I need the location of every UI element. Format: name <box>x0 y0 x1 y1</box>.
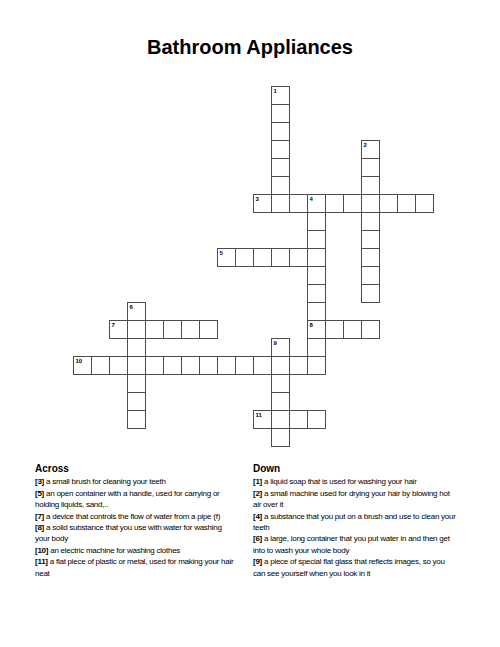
clue-label: [9] <box>253 557 262 566</box>
grid-cell[interactable] <box>271 356 290 375</box>
page: { "game": "crossword", "title": "Bathroo… <box>0 0 500 647</box>
grid-cell[interactable] <box>289 194 308 213</box>
grid-cell[interactable] <box>181 356 200 375</box>
clue-item: [6] a large, long container that you put… <box>253 533 469 556</box>
grid-cell[interactable] <box>307 338 326 357</box>
grid-cell[interactable] <box>325 320 344 339</box>
clue-number: 5 <box>220 250 223 256</box>
clue-number: 6 <box>130 304 133 310</box>
grid-cell[interactable] <box>163 320 182 339</box>
clue-item: [9] a piece of special flat glass that r… <box>253 556 469 579</box>
grid-cell[interactable] <box>289 248 308 267</box>
grid-cell[interactable] <box>235 356 254 375</box>
grid-cell[interactable] <box>253 356 272 375</box>
grid-cell[interactable] <box>361 266 380 285</box>
clue-label: [5] <box>35 489 44 498</box>
grid-cell[interactable] <box>289 356 308 375</box>
clue-number: 1 <box>274 88 277 94</box>
grid-cell[interactable] <box>199 356 218 375</box>
puzzle-title: Bathroom Appliances <box>0 36 500 59</box>
clue-label: [8] <box>35 523 44 532</box>
grid-cell[interactable] <box>271 104 290 123</box>
grid-cell[interactable] <box>307 248 326 267</box>
grid-cell[interactable] <box>271 248 290 267</box>
grid-cell[interactable]: 2 <box>361 140 380 159</box>
clue-label: [6] <box>253 534 262 543</box>
across-clue-list: [3] a small brush for cleaning your teet… <box>35 476 251 579</box>
grid-cell[interactable] <box>127 320 146 339</box>
grid-cell[interactable] <box>271 122 290 141</box>
grid-cell[interactable]: 11 <box>253 410 272 429</box>
grid-cell[interactable] <box>145 356 164 375</box>
clue-number: 7 <box>112 322 115 328</box>
grid-cell[interactable]: 3 <box>253 194 272 213</box>
grid-cell[interactable] <box>361 212 380 231</box>
grid-cell[interactable] <box>109 356 128 375</box>
grid-cell[interactable]: 5 <box>217 248 236 267</box>
clue-item: [10] an electric machine for washing clo… <box>35 545 251 556</box>
clue-number: 4 <box>310 196 313 202</box>
grid-cell[interactable] <box>127 338 146 357</box>
clue-item: [8] a solid substance that you use with … <box>35 522 251 545</box>
grid-cell[interactable] <box>253 248 272 267</box>
grid-cell[interactable] <box>271 410 290 429</box>
grid-cell[interactable] <box>343 320 362 339</box>
clue-item: [7] a device that controls the flow of w… <box>35 511 251 522</box>
grid-cell[interactable] <box>325 194 344 213</box>
grid-cell[interactable] <box>307 284 326 303</box>
grid-cell[interactable] <box>307 356 326 375</box>
grid-cell[interactable] <box>307 302 326 321</box>
clue-label: [10] <box>35 546 48 555</box>
clue-item: [3] a small brush for cleaning your teet… <box>35 476 251 487</box>
grid-cell[interactable] <box>361 194 380 213</box>
grid-cell[interactable]: 10 <box>73 356 92 375</box>
clue-item: [1] a liquid soap that is used for washi… <box>253 476 469 487</box>
grid-cell[interactable] <box>289 410 308 429</box>
grid-cell[interactable] <box>343 194 362 213</box>
down-header: Down <box>253 463 469 474</box>
grid-cell[interactable] <box>199 320 218 339</box>
grid-cell[interactable] <box>127 374 146 393</box>
clue-item: [5] an open container with a handle, use… <box>35 488 251 511</box>
grid-cell[interactable] <box>271 392 290 411</box>
grid-cell[interactable] <box>181 320 200 339</box>
grid-cell[interactable] <box>217 356 236 375</box>
clue-label: [4] <box>253 512 262 521</box>
grid-cell[interactable] <box>271 374 290 393</box>
grid-cell[interactable]: 4 <box>307 194 326 213</box>
grid-cell[interactable] <box>91 356 110 375</box>
grid-cell[interactable] <box>307 266 326 285</box>
grid-cell[interactable] <box>415 194 434 213</box>
clue-number: 9 <box>274 340 277 346</box>
grid-cell[interactable] <box>127 392 146 411</box>
crossword-grid: 1234856791011 <box>73 86 434 447</box>
clue-number: 2 <box>364 142 367 148</box>
grid-cell[interactable] <box>235 248 254 267</box>
grid-cell[interactable] <box>271 194 290 213</box>
grid-cell[interactable] <box>307 212 326 231</box>
clue-label: [11] <box>35 557 48 566</box>
across-clues-section: Across [3] a small brush for cleaning yo… <box>35 463 251 579</box>
clue-label: [3] <box>35 477 44 486</box>
grid-cell[interactable] <box>397 194 416 213</box>
grid-cell[interactable] <box>361 158 380 177</box>
down-clues-section: Down [1] a liquid soap that is used for … <box>253 463 469 579</box>
clue-number: 10 <box>76 358 83 364</box>
grid-cell[interactable] <box>163 356 182 375</box>
grid-cell[interactable] <box>307 410 326 429</box>
grid-cell[interactable]: 1 <box>271 86 290 105</box>
grid-cell[interactable]: 6 <box>127 302 146 321</box>
across-header: Across <box>35 463 251 474</box>
clue-item: [4] a substance that you put on a brush … <box>253 511 469 534</box>
grid-cell[interactable] <box>361 284 380 303</box>
clue-label: [2] <box>253 489 262 498</box>
grid-cell[interactable] <box>361 230 380 249</box>
down-clue-list: [1] a liquid soap that is used for washi… <box>253 476 469 579</box>
clue-item: [2] a small machine used for drying your… <box>253 488 469 511</box>
grid-cell[interactable] <box>127 356 146 375</box>
clue-number: 3 <box>256 196 259 202</box>
clue-item: [11] a flat piece of plastic or metal, u… <box>35 556 251 579</box>
grid-cell[interactable] <box>307 230 326 249</box>
grid-cell[interactable] <box>361 248 380 267</box>
grid-cell[interactable]: 8 <box>307 320 326 339</box>
grid-cell[interactable]: 9 <box>271 338 290 357</box>
grid-cell[interactable] <box>271 158 290 177</box>
clue-number: 11 <box>256 412 262 418</box>
grid-cell[interactable] <box>127 410 146 429</box>
grid-cell[interactable]: 7 <box>109 320 128 339</box>
grid-cell[interactable] <box>271 176 290 195</box>
grid-cell[interactable] <box>361 320 380 339</box>
clue-number: 8 <box>310 322 313 328</box>
grid-cell[interactable] <box>271 140 290 159</box>
clue-label: [1] <box>253 477 262 486</box>
grid-cell[interactable] <box>145 320 164 339</box>
grid-cell[interactable] <box>379 194 398 213</box>
grid-cell[interactable] <box>361 176 380 195</box>
clue-label: [7] <box>35 512 44 521</box>
grid-cell[interactable] <box>271 428 290 447</box>
